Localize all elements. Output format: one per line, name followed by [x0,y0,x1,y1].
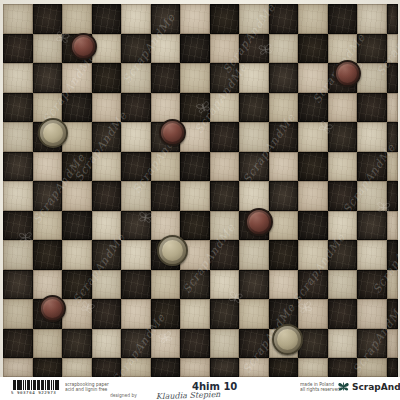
board-square [62,181,92,211]
board-square [180,34,210,64]
made-in: made in Poland all rights reserved [300,383,340,392]
product-code: 4him 10 [192,381,237,392]
brand-logo: ScrapAndMe [337,381,400,392]
board-square [210,329,240,359]
board-square [62,240,92,270]
board-square [121,63,151,93]
board-square [298,34,328,64]
designed-by-label: designed by [110,393,137,398]
board-square [3,329,33,359]
board-square [269,152,299,182]
board-square [328,329,358,359]
board-square [121,329,151,359]
board-square [151,4,181,34]
board-square [298,270,328,300]
board-square [357,4,387,34]
board-square [387,152,399,182]
board-square [298,240,328,270]
board-square [180,152,210,182]
board-square [180,93,210,123]
board-square [151,358,181,377]
board-square [210,299,240,329]
board-square [92,152,122,182]
board-square [180,329,210,359]
board-square [121,240,151,270]
board-square [239,240,269,270]
board-square [328,93,358,123]
board-square [121,34,151,64]
board-square [92,270,122,300]
checker-piece-light [38,118,68,148]
board-square [269,358,299,377]
board-square [151,34,181,64]
board-square [239,122,269,152]
scrapbook-paper-sheet: ScrapAndMeScrapAndMeScrapAndMeScrapAndMe… [0,0,400,400]
board-square [357,181,387,211]
board-square [3,358,33,377]
butterfly-icon [337,381,350,392]
board-square [328,299,358,329]
board-square [239,358,269,377]
board-square [3,299,33,329]
barcode-bars [13,380,59,390]
board-square [121,122,151,152]
board-square [387,329,399,359]
board-square [387,4,399,34]
board-square [3,211,33,241]
paper-info: scrapbooking paper acid and lignin free [65,383,109,392]
board-square [298,299,328,329]
board-square [239,152,269,182]
board-square [210,4,240,34]
board-square [210,93,240,123]
board-square [3,4,33,34]
board-square [92,63,122,93]
paper-info-line2: acid and lignin free [65,387,109,391]
board-square [239,181,269,211]
board-square [328,240,358,270]
board-square [269,270,299,300]
board-square [62,358,92,377]
board-square [180,4,210,34]
board-square [328,122,358,152]
board-square [92,299,122,329]
board-square [387,63,399,93]
board-square [3,93,33,123]
board-square [151,270,181,300]
board-square [210,358,240,377]
board-square [298,63,328,93]
board-square [33,358,63,377]
board-square [210,211,240,241]
board-square [328,4,358,34]
board-square [33,34,63,64]
checker-piece-red [334,60,361,87]
board-square [62,4,92,34]
board-square [210,270,240,300]
board-square [357,211,387,241]
board-square [328,358,358,377]
board-square [298,4,328,34]
checker-piece-light [272,324,303,355]
board-square [121,270,151,300]
board-square [121,211,151,241]
board-square [62,299,92,329]
board-square [328,211,358,241]
board-square [33,152,63,182]
board-square [387,240,399,270]
board-square [151,152,181,182]
board-square [239,299,269,329]
board-square [151,63,181,93]
board-square [3,152,33,182]
board-square [387,181,399,211]
board-square [180,358,210,377]
board-square [92,181,122,211]
board-square [357,329,387,359]
board-square [328,152,358,182]
board-square [328,270,358,300]
board-square [269,34,299,64]
board-square [357,270,387,300]
board-square [269,211,299,241]
board-square [328,34,358,64]
board-square [33,211,63,241]
board-square [357,63,387,93]
board-square [298,358,328,377]
board-square [92,329,122,359]
board-square [239,270,269,300]
board-square [151,329,181,359]
board-square [121,152,151,182]
board-square [33,329,63,359]
board-square [210,122,240,152]
board-square [269,4,299,34]
board-square [62,152,92,182]
board-square [357,152,387,182]
board-square [92,122,122,152]
board-square [92,93,122,123]
board-square [33,181,63,211]
board-square [298,122,328,152]
board-square [33,4,63,34]
board-square [269,93,299,123]
checker-piece-red [245,208,273,236]
board-square [121,93,151,123]
made-in-line2: all rights reserved [300,387,340,391]
board-square [92,211,122,241]
board-square [121,4,151,34]
board-square [387,34,399,64]
board-square [92,358,122,377]
board-square [357,93,387,123]
board-square [298,211,328,241]
board-square [151,181,181,211]
board-square [387,270,399,300]
board-square [269,240,299,270]
board-square [298,152,328,182]
checker-piece-light [157,235,188,266]
board-square [121,358,151,377]
board-square [387,93,399,123]
board-square [151,299,181,329]
board-square [62,211,92,241]
board-square [92,4,122,34]
board-square [298,93,328,123]
board-square [3,34,33,64]
board-square [3,240,33,270]
board-square [180,270,210,300]
board-square [269,181,299,211]
board-square [387,358,399,377]
board-square [180,181,210,211]
board-square [239,329,269,359]
board-square [3,181,33,211]
board-square [210,34,240,64]
checkerboard [3,4,398,377]
board-square [387,299,399,329]
board-square [180,63,210,93]
board-square [33,270,63,300]
board-square [298,181,328,211]
board-square [62,63,92,93]
board-square [3,270,33,300]
board-square [121,299,151,329]
board-square [357,240,387,270]
board-square [3,63,33,93]
board-square [357,358,387,377]
board-square [3,122,33,152]
board-square [357,34,387,64]
board-square [357,299,387,329]
board-square [357,122,387,152]
board-square [210,63,240,93]
board-square [180,211,210,241]
board-square [387,211,399,241]
board-square [62,270,92,300]
board-square [328,181,358,211]
board-square [387,122,399,152]
board-square [239,93,269,123]
board-square [180,299,210,329]
footer-strip: 5 903764 922973 scrapbooking paper acid … [0,377,400,400]
board-square [92,240,122,270]
board-square [33,93,63,123]
board-square [62,93,92,123]
barcode: 5 903764 922973 [11,380,59,399]
board-square [210,152,240,182]
board-square [239,4,269,34]
checker-piece-red [70,33,97,60]
barcode-digits: 5 903764 922973 [11,390,36,395]
board-square [269,122,299,152]
board-square [62,329,92,359]
board-square [151,93,181,123]
board-square [210,181,240,211]
board-square [239,34,269,64]
board-square [239,63,269,93]
board-square [210,240,240,270]
board-square [269,63,299,93]
checker-piece-red [159,119,186,146]
brand-name: ScrapAndMe [352,382,400,392]
board-square [33,63,63,93]
board-square [33,240,63,270]
board-square [121,181,151,211]
checker-piece-red [39,295,66,322]
